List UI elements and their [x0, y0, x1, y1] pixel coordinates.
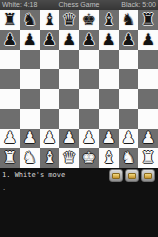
piece-white-pawn: ♟	[121, 130, 135, 146]
piece-white-pawn: ♟	[62, 130, 76, 146]
piece-white-queen: ♛	[62, 150, 76, 166]
square-a8[interactable]: ♜	[0, 10, 20, 30]
square-d4[interactable]	[59, 89, 79, 109]
move-status-text: 1. White's move	[2, 171, 65, 179]
toolbar-button-2[interactable]	[125, 169, 139, 182]
square-a5[interactable]	[0, 69, 20, 89]
square-h4[interactable]	[138, 89, 158, 109]
square-c2[interactable]: ♟	[40, 129, 60, 149]
square-b3[interactable]	[20, 109, 40, 129]
piece-white-bishop: ♝	[101, 150, 115, 166]
square-g7[interactable]: ♟	[119, 30, 139, 50]
square-d3[interactable]	[59, 109, 79, 129]
square-b4[interactable]	[20, 89, 40, 109]
piece-black-bishop: ♝	[42, 12, 56, 28]
piece-black-pawn: ♟	[141, 32, 155, 48]
toolbar-button-3[interactable]	[141, 169, 155, 182]
piece-black-rook: ♜	[141, 12, 155, 28]
piece-black-pawn: ♟	[62, 32, 76, 48]
console-cursor: .	[2, 184, 6, 192]
square-h5[interactable]	[138, 69, 158, 89]
piece-black-king: ♚	[82, 12, 96, 28]
square-c6[interactable]	[40, 50, 60, 70]
square-h1[interactable]: ♜	[138, 148, 158, 168]
piece-white-pawn: ♟	[101, 130, 115, 146]
square-h8[interactable]: ♜	[138, 10, 158, 30]
square-f7[interactable]: ♟	[99, 30, 119, 50]
square-g3[interactable]	[119, 109, 139, 129]
square-b7[interactable]: ♟	[20, 30, 40, 50]
square-h7[interactable]: ♟	[138, 30, 158, 50]
toolbar-button-1[interactable]	[109, 169, 123, 182]
square-b2[interactable]: ♟	[20, 129, 40, 149]
square-a6[interactable]	[0, 50, 20, 70]
square-e3[interactable]	[79, 109, 99, 129]
square-a3[interactable]	[0, 109, 20, 129]
square-e4[interactable]	[79, 89, 99, 109]
status-area: 1. White's move .	[0, 168, 158, 237]
piece-white-pawn: ♟	[3, 130, 17, 146]
piece-white-knight: ♞	[22, 150, 36, 166]
square-e6[interactable]	[79, 50, 99, 70]
square-c7[interactable]: ♟	[40, 30, 60, 50]
square-f2[interactable]: ♟	[99, 129, 119, 149]
square-c1[interactable]: ♝	[40, 148, 60, 168]
square-a7[interactable]: ♟	[0, 30, 20, 50]
piece-black-queen: ♛	[62, 12, 76, 28]
square-e5[interactable]	[79, 69, 99, 89]
square-d8[interactable]: ♛	[59, 10, 79, 30]
piece-black-knight: ♞	[121, 12, 135, 28]
square-d5[interactable]	[59, 69, 79, 89]
square-f8[interactable]: ♝	[99, 10, 119, 30]
square-d1[interactable]: ♛	[59, 148, 79, 168]
piece-white-king: ♚	[82, 150, 96, 166]
piece-white-rook: ♜	[141, 150, 155, 166]
square-g8[interactable]: ♞	[119, 10, 139, 30]
square-c4[interactable]	[40, 89, 60, 109]
square-f1[interactable]: ♝	[99, 148, 119, 168]
piece-white-knight: ♞	[121, 150, 135, 166]
square-b8[interactable]: ♞	[20, 10, 40, 30]
square-f4[interactable]	[99, 89, 119, 109]
square-g6[interactable]	[119, 50, 139, 70]
piece-black-rook: ♜	[3, 12, 17, 28]
square-h3[interactable]	[138, 109, 158, 129]
square-e1[interactable]: ♚	[79, 148, 99, 168]
square-d6[interactable]	[59, 50, 79, 70]
square-a1[interactable]: ♜	[0, 148, 20, 168]
square-h6[interactable]	[138, 50, 158, 70]
square-b6[interactable]	[20, 50, 40, 70]
piece-black-bishop: ♝	[101, 12, 115, 28]
square-f3[interactable]	[99, 109, 119, 129]
square-b1[interactable]: ♞	[20, 148, 40, 168]
square-c8[interactable]: ♝	[40, 10, 60, 30]
square-g1[interactable]: ♞	[119, 148, 139, 168]
piece-black-pawn: ♟	[3, 32, 17, 48]
piece-white-pawn: ♟	[22, 130, 36, 146]
chess-app-screen: White: 4:18 Chess Game Black: 5:00 ♜♞♝♛♚…	[0, 0, 158, 237]
piece-black-pawn: ♟	[101, 32, 115, 48]
square-e8[interactable]: ♚	[79, 10, 99, 30]
square-c3[interactable]	[40, 109, 60, 129]
square-g5[interactable]	[119, 69, 139, 89]
toolbar	[109, 169, 155, 182]
square-f6[interactable]	[99, 50, 119, 70]
piece-white-bishop: ♝	[42, 150, 56, 166]
square-g2[interactable]: ♟	[119, 129, 139, 149]
square-a2[interactable]: ♟	[0, 129, 20, 149]
square-a4[interactable]	[0, 89, 20, 109]
piece-black-pawn: ♟	[82, 32, 96, 48]
square-d2[interactable]: ♟	[59, 129, 79, 149]
square-g4[interactable]	[119, 89, 139, 109]
amber-square-icon	[128, 173, 136, 179]
square-b5[interactable]	[20, 69, 40, 89]
square-c5[interactable]	[40, 69, 60, 89]
square-e2[interactable]: ♟	[79, 129, 99, 149]
piece-white-pawn: ♟	[141, 130, 155, 146]
piece-white-pawn: ♟	[42, 130, 56, 146]
black-clock: Black: 5:00	[121, 0, 156, 10]
square-h2[interactable]: ♟	[138, 129, 158, 149]
amber-square-icon	[112, 173, 120, 179]
piece-white-pawn: ♟	[82, 130, 96, 146]
square-d7[interactable]: ♟	[59, 30, 79, 50]
square-f5[interactable]	[99, 69, 119, 89]
chess-board: ♜♞♝♛♚♝♞♜♟♟♟♟♟♟♟♟♟♟♟♟♟♟♟♟♜♞♝♛♚♝♞♜	[0, 10, 158, 168]
piece-black-pawn: ♟	[22, 32, 36, 48]
piece-black-pawn: ♟	[42, 32, 56, 48]
title-bar: White: 4:18 Chess Game Black: 5:00	[0, 0, 158, 10]
square-e7[interactable]: ♟	[79, 30, 99, 50]
piece-white-rook: ♜	[3, 150, 17, 166]
piece-black-pawn: ♟	[121, 32, 135, 48]
piece-black-knight: ♞	[22, 12, 36, 28]
amber-square-icon	[144, 173, 152, 179]
